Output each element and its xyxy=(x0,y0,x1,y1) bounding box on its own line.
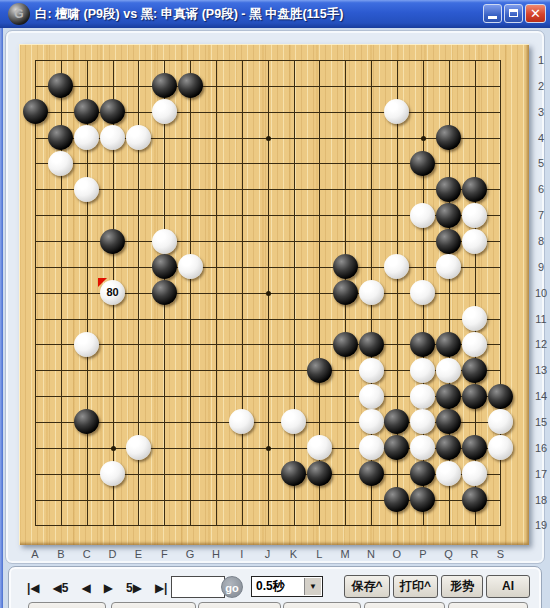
col-label-R: R xyxy=(471,548,479,560)
stone-white-R11 xyxy=(462,306,487,331)
stone-black-O15 xyxy=(384,409,409,434)
col-label-G: G xyxy=(186,548,195,560)
stone-white-F8 xyxy=(152,229,177,254)
stone-black-C3 xyxy=(74,99,99,124)
go-stone-app-icon: G xyxy=(8,3,30,25)
col-label-M: M xyxy=(341,548,350,560)
col-label-J: J xyxy=(265,548,271,560)
row-label-10: 10 xyxy=(532,287,550,299)
stone-black-Q12 xyxy=(436,332,461,357)
row-label-6: 6 xyxy=(532,183,550,195)
row-label-16: 16 xyxy=(532,442,550,454)
stone-black-Q14 xyxy=(436,384,461,409)
maximize-button[interactable] xyxy=(504,4,523,23)
stone-black-P18 xyxy=(410,487,435,512)
stone-white-O3 xyxy=(384,99,409,124)
stone-white-B5 xyxy=(48,151,73,176)
nav-back[interactable]: ◀ xyxy=(82,577,91,599)
move-number-input[interactable] xyxy=(171,576,225,598)
stone-white-P16 xyxy=(410,435,435,460)
stone-white-C6 xyxy=(74,177,99,202)
row-label-7: 7 xyxy=(532,209,550,221)
stone-white-S16 xyxy=(488,435,513,460)
hidden-button-row-stub[interactable] xyxy=(364,602,445,608)
move-number-label: 80 xyxy=(100,280,125,305)
stone-white-R17 xyxy=(462,461,487,486)
close-button[interactable]: ✕ xyxy=(525,4,546,23)
stone-black-R14 xyxy=(462,384,487,409)
go-button[interactable]: go xyxy=(221,576,243,598)
stone-white-L16 xyxy=(307,435,332,460)
stone-white-R8 xyxy=(462,229,487,254)
stone-white-D10: 80 xyxy=(100,280,125,305)
print-button[interactable]: 打印^ xyxy=(393,575,438,598)
col-label-S: S xyxy=(497,548,504,560)
row-label-13: 13 xyxy=(532,364,550,376)
stone-white-P15 xyxy=(410,409,435,434)
stone-white-E16 xyxy=(126,435,151,460)
col-label-P: P xyxy=(419,548,426,560)
nav-last[interactable]: ▶| xyxy=(155,577,168,599)
stone-white-Q9 xyxy=(436,254,461,279)
col-label-D: D xyxy=(109,548,117,560)
stone-black-N17 xyxy=(359,461,384,486)
close-icon: ✕ xyxy=(526,5,545,22)
stone-white-S15 xyxy=(488,409,513,434)
save-button[interactable]: 保存^ xyxy=(344,575,390,598)
stone-black-C15 xyxy=(74,409,99,434)
stone-black-Q8 xyxy=(436,229,461,254)
row-label-4: 4 xyxy=(532,132,550,144)
star-point xyxy=(266,136,271,141)
hidden-button-row-stub[interactable] xyxy=(28,602,106,608)
stone-black-D3 xyxy=(100,99,125,124)
stone-white-G9 xyxy=(178,254,203,279)
row-label-15: 15 xyxy=(532,416,550,428)
stone-black-M9 xyxy=(333,254,358,279)
stone-white-Q17 xyxy=(436,461,461,486)
star-point xyxy=(266,291,271,296)
row-label-3: 3 xyxy=(532,106,550,118)
col-label-I: I xyxy=(240,548,243,560)
star-point xyxy=(421,136,426,141)
stone-black-M10 xyxy=(333,280,358,305)
stone-black-F9 xyxy=(152,254,177,279)
hidden-button-row-stub[interactable] xyxy=(448,602,528,608)
stone-black-Q7 xyxy=(436,203,461,228)
stone-black-P17 xyxy=(410,461,435,486)
stone-white-P7 xyxy=(410,203,435,228)
stone-black-M12 xyxy=(333,332,358,357)
stone-white-C12 xyxy=(74,332,99,357)
stone-black-D8 xyxy=(100,229,125,254)
col-label-Q: Q xyxy=(444,548,453,560)
window-left-border xyxy=(0,28,3,608)
stone-white-Q13 xyxy=(436,358,461,383)
stone-black-A3 xyxy=(23,99,48,124)
minimize-button[interactable] xyxy=(483,4,502,23)
maximize-icon xyxy=(509,9,518,17)
stone-white-K15 xyxy=(281,409,306,434)
stone-white-R7 xyxy=(462,203,487,228)
stone-white-F3 xyxy=(152,99,177,124)
goban[interactable]: 80 xyxy=(19,44,529,545)
ai-button[interactable]: AI xyxy=(486,575,530,598)
stone-black-Q16 xyxy=(436,435,461,460)
stone-black-Q6 xyxy=(436,177,461,202)
stone-white-P14 xyxy=(410,384,435,409)
col-label-O: O xyxy=(393,548,402,560)
stone-white-R12 xyxy=(462,332,487,357)
stone-black-P5 xyxy=(410,151,435,176)
col-label-E: E xyxy=(135,548,142,560)
stone-white-D17 xyxy=(100,461,125,486)
nav-forward-5[interactable]: 5▶ xyxy=(126,577,142,599)
stone-black-S14 xyxy=(488,384,513,409)
stone-black-R6 xyxy=(462,177,487,202)
row-label-5: 5 xyxy=(532,157,550,169)
stone-black-K17 xyxy=(281,461,306,486)
stone-black-O16 xyxy=(384,435,409,460)
stone-white-P13 xyxy=(410,358,435,383)
delay-select-value: 0.5秒 xyxy=(256,577,285,596)
col-label-N: N xyxy=(367,548,375,560)
stone-white-N13 xyxy=(359,358,384,383)
stone-black-Q15 xyxy=(436,409,461,434)
row-label-8: 8 xyxy=(532,235,550,247)
window-title: 白: 檀啸 (P9段) vs 黑: 申真谞 (P9段) - 黑 中盘胜(115手… xyxy=(35,0,343,28)
stone-black-Q4 xyxy=(436,125,461,150)
row-label-2: 2 xyxy=(532,80,550,92)
titlebar: G 白: 檀啸 (P9段) vs 黑: 申真谞 (P9段) - 黑 中盘胜(11… xyxy=(0,0,550,28)
minimize-icon xyxy=(488,16,497,19)
stone-black-L17 xyxy=(307,461,332,486)
col-label-F: F xyxy=(161,548,168,560)
col-label-K: K xyxy=(290,548,297,560)
stone-black-P12 xyxy=(410,332,435,357)
move-navigation: |◀◀5◀▶5▶▶| xyxy=(27,577,167,599)
col-label-C: C xyxy=(83,548,91,560)
row-label-1: 1 xyxy=(532,54,550,66)
row-label-14: 14 xyxy=(532,390,550,402)
toolbar-panel: |◀◀5◀▶5▶▶| go 0.5秒 ▼ 保存^打印^形势AI xyxy=(8,566,542,608)
stone-black-B4 xyxy=(48,125,73,150)
row-label-19: 19 xyxy=(532,519,550,531)
row-label-9: 9 xyxy=(532,261,550,273)
row-label-17: 17 xyxy=(532,468,550,480)
stone-white-N16 xyxy=(359,435,384,460)
stone-black-F10 xyxy=(152,280,177,305)
stone-white-N10 xyxy=(359,280,384,305)
col-label-H: H xyxy=(212,548,220,560)
stone-black-R16 xyxy=(462,435,487,460)
hidden-button-row-stub[interactable] xyxy=(198,602,281,608)
nav-first[interactable]: |◀ xyxy=(27,577,40,599)
stone-black-O18 xyxy=(384,487,409,512)
situation-button[interactable]: 形势 xyxy=(441,575,483,598)
row-label-11: 11 xyxy=(532,313,550,325)
col-label-L: L xyxy=(316,548,322,560)
stone-black-L13 xyxy=(307,358,332,383)
hidden-button-row-stub[interactable] xyxy=(283,602,361,608)
delay-select[interactable]: 0.5秒 ▼ xyxy=(251,576,323,597)
stone-white-I15 xyxy=(229,409,254,434)
stone-black-B2 xyxy=(48,73,73,98)
go-game-viewer-window: G 白: 檀啸 (P9段) vs 黑: 申真谞 (P9段) - 黑 中盘胜(11… xyxy=(0,0,550,608)
stone-white-C4 xyxy=(74,125,99,150)
stone-white-D4 xyxy=(100,125,125,150)
col-label-A: A xyxy=(31,548,38,560)
row-label-12: 12 xyxy=(532,338,550,350)
stone-white-N15 xyxy=(359,409,384,434)
chevron-down-icon[interactable]: ▼ xyxy=(304,578,321,595)
stone-black-G2 xyxy=(178,73,203,98)
star-point xyxy=(266,446,271,451)
stone-black-F2 xyxy=(152,73,177,98)
col-label-B: B xyxy=(57,548,64,560)
row-label-18: 18 xyxy=(532,494,550,506)
nav-forward[interactable]: ▶ xyxy=(104,577,113,599)
stone-white-E4 xyxy=(126,125,151,150)
stone-black-N12 xyxy=(359,332,384,357)
stone-white-P10 xyxy=(410,280,435,305)
stone-black-R13 xyxy=(462,358,487,383)
nav-back-5[interactable]: ◀5 xyxy=(53,577,69,599)
stone-white-O9 xyxy=(384,254,409,279)
hidden-button-row-stub[interactable] xyxy=(111,602,196,608)
star-point xyxy=(111,446,116,451)
stone-white-N14 xyxy=(359,384,384,409)
stone-black-R18 xyxy=(462,487,487,512)
